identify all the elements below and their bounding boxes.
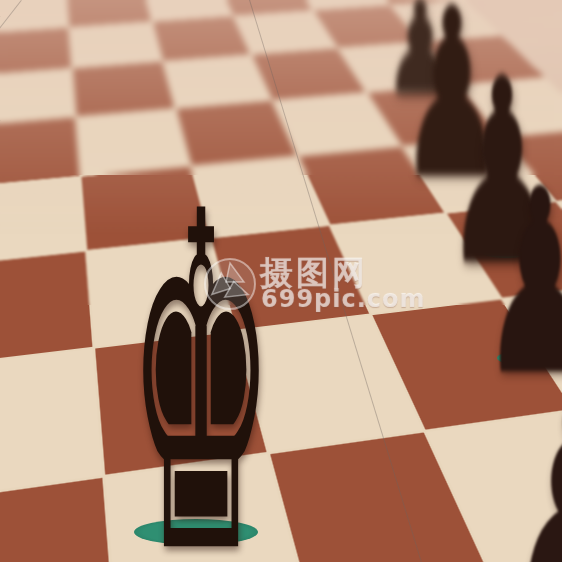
pieces-layer: ♟♟♟♟♟♚	[0, 0, 562, 562]
black-pawn-edge: ♟	[504, 368, 562, 562]
chessboard-photo: ♟♟♟♟♟♚ 摄图网 699pic.com	[0, 0, 562, 562]
black-king: ♚	[127, 154, 275, 562]
